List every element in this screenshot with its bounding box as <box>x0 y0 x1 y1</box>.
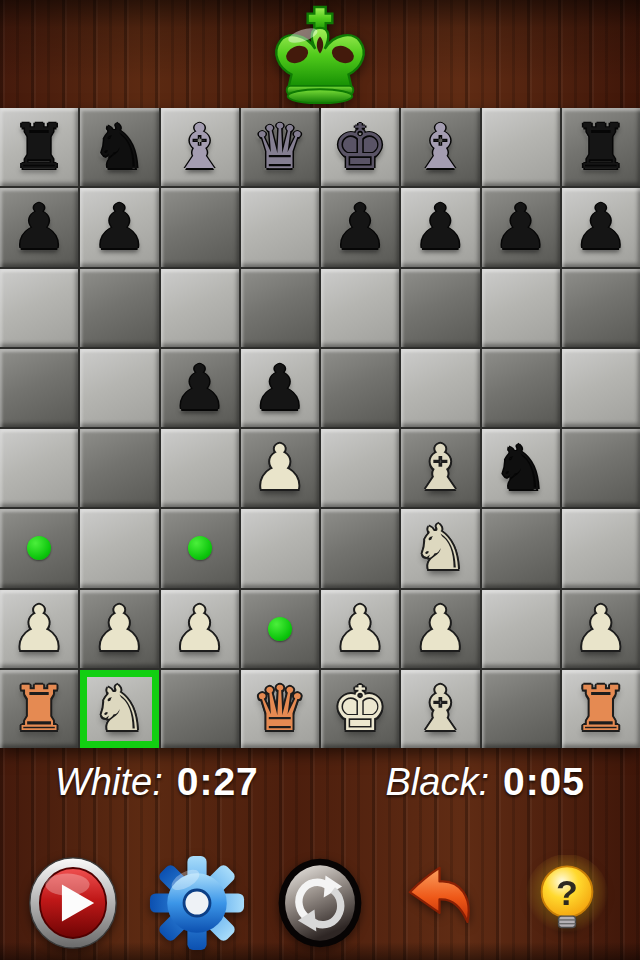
black-pawn: ♟ <box>92 188 148 266</box>
square-d1[interactable]: ♛ <box>241 670 319 748</box>
undo-button[interactable] <box>389 858 499 948</box>
legal-move-dot <box>268 617 292 641</box>
square-h3[interactable] <box>562 509 640 587</box>
white-pawn: ♟ <box>573 590 629 668</box>
white-clock-time: 0:27 <box>177 760 259 804</box>
square-c3[interactable] <box>161 509 239 587</box>
white-clock: White: 0:27 <box>55 760 259 804</box>
legal-move-dot <box>27 536 51 560</box>
black-pawn: ♟ <box>413 188 469 266</box>
square-h7[interactable]: ♟ <box>562 188 640 266</box>
square-f6[interactable] <box>401 269 479 347</box>
square-c7[interactable] <box>161 188 239 266</box>
white-pawn: ♟ <box>413 590 469 668</box>
square-a7[interactable]: ♟ <box>0 188 78 266</box>
square-h6[interactable] <box>562 269 640 347</box>
square-b8[interactable]: ♞ <box>80 108 158 186</box>
square-a8[interactable]: ♜ <box>0 108 78 186</box>
square-a2[interactable]: ♟ <box>0 590 78 668</box>
square-f7[interactable]: ♟ <box>401 188 479 266</box>
black-clock-label: Black: <box>385 761 488 804</box>
black-clock: Black: 0:05 <box>385 760 585 804</box>
square-a1[interactable]: ♜ <box>0 670 78 748</box>
black-bishop: ♝ <box>413 108 469 186</box>
square-e7[interactable]: ♟ <box>321 188 399 266</box>
black-pawn: ♟ <box>252 349 308 427</box>
square-a3[interactable] <box>0 509 78 587</box>
white-pawn: ♟ <box>92 590 148 668</box>
white-knight: ♞ <box>92 670 148 748</box>
hint-button[interactable]: ? <box>512 855 622 951</box>
black-pawn: ♟ <box>573 188 629 266</box>
square-c8[interactable]: ♝ <box>161 108 239 186</box>
square-e8[interactable]: ♚ <box>321 108 399 186</box>
square-e5[interactable] <box>321 349 399 427</box>
square-f4[interactable]: ♝ <box>401 429 479 507</box>
play-icon <box>27 855 119 951</box>
square-b3[interactable] <box>80 509 158 587</box>
square-f2[interactable]: ♟ <box>401 590 479 668</box>
square-h4[interactable] <box>562 429 640 507</box>
flip-board-button[interactable] <box>265 852 375 954</box>
square-e1[interactable]: ♚ <box>321 670 399 748</box>
square-f1[interactable]: ♝ <box>401 670 479 748</box>
white-pawn: ♟ <box>11 590 67 668</box>
square-g2[interactable] <box>482 590 560 668</box>
square-d3[interactable] <box>241 509 319 587</box>
top-bar <box>0 0 640 108</box>
square-d7[interactable] <box>241 188 319 266</box>
undo-arrow-icon <box>399 858 489 948</box>
square-g3[interactable] <box>482 509 560 587</box>
square-g1[interactable] <box>482 670 560 748</box>
white-clock-label: White: <box>55 761 163 804</box>
square-b4[interactable] <box>80 429 158 507</box>
black-bishop: ♝ <box>172 108 228 186</box>
square-e6[interactable] <box>321 269 399 347</box>
green-crown-icon <box>263 5 377 104</box>
white-pawn: ♟ <box>332 590 388 668</box>
square-h1[interactable]: ♜ <box>562 670 640 748</box>
question-mark-glyph: ? <box>556 872 578 912</box>
black-pawn: ♟ <box>493 188 549 266</box>
square-c2[interactable]: ♟ <box>161 590 239 668</box>
legal-move-dot <box>188 536 212 560</box>
white-knight: ♞ <box>413 509 469 587</box>
square-e4[interactable] <box>321 429 399 507</box>
clock-bar: White: 0:27 Black: 0:05 <box>0 748 640 815</box>
square-c5[interactable]: ♟ <box>161 349 239 427</box>
rotate-arrows-icon <box>274 852 366 954</box>
white-rook: ♜ <box>11 670 67 748</box>
square-h2[interactable]: ♟ <box>562 590 640 668</box>
white-bishop: ♝ <box>413 670 469 748</box>
square-f3[interactable]: ♞ <box>401 509 479 587</box>
square-f8[interactable]: ♝ <box>401 108 479 186</box>
square-a5[interactable] <box>0 349 78 427</box>
play-button[interactable] <box>18 855 128 951</box>
white-rook: ♜ <box>573 670 629 748</box>
square-d2[interactable] <box>241 590 319 668</box>
gear-icon <box>149 855 245 951</box>
black-king: ♚ <box>332 108 388 186</box>
white-pawn: ♟ <box>252 429 308 507</box>
square-g8[interactable] <box>482 108 560 186</box>
black-pawn: ♟ <box>172 349 228 427</box>
lightbulb-icon: ? <box>520 855 614 951</box>
square-c1[interactable] <box>161 670 239 748</box>
black-clock-time: 0:05 <box>503 760 585 804</box>
black-knight: ♞ <box>493 429 549 507</box>
square-c4[interactable] <box>161 429 239 507</box>
square-d8[interactable]: ♛ <box>241 108 319 186</box>
square-b1[interactable]: ♞ <box>80 670 158 748</box>
square-a6[interactable] <box>0 269 78 347</box>
square-e2[interactable]: ♟ <box>321 590 399 668</box>
square-c6[interactable] <box>161 269 239 347</box>
square-g4[interactable]: ♞ <box>482 429 560 507</box>
square-b6[interactable] <box>80 269 158 347</box>
square-g7[interactable]: ♟ <box>482 188 560 266</box>
square-d6[interactable] <box>241 269 319 347</box>
black-rook: ♜ <box>573 108 629 186</box>
square-g5[interactable] <box>482 349 560 427</box>
square-b2[interactable]: ♟ <box>80 590 158 668</box>
white-queen: ♛ <box>252 670 308 748</box>
chess-board: ♜♞♝♛♚♝♜♟♟♟♟♟♟♟♟♟♝♞♞♟♟♟♟♟♟♜♞♛♚♝♜ <box>0 108 640 748</box>
square-a4[interactable] <box>0 429 78 507</box>
white-king: ♚ <box>332 670 388 748</box>
black-knight: ♞ <box>92 108 148 186</box>
black-rook: ♜ <box>11 108 67 186</box>
square-d5[interactable]: ♟ <box>241 349 319 427</box>
square-h5[interactable] <box>562 349 640 427</box>
black-queen: ♛ <box>252 108 308 186</box>
square-f5[interactable] <box>401 349 479 427</box>
black-pawn: ♟ <box>11 188 67 266</box>
square-b5[interactable] <box>80 349 158 427</box>
square-g6[interactable] <box>482 269 560 347</box>
white-pawn: ♟ <box>172 590 228 668</box>
square-h8[interactable]: ♜ <box>562 108 640 186</box>
square-e3[interactable] <box>321 509 399 587</box>
black-pawn: ♟ <box>332 188 388 266</box>
settings-button[interactable] <box>142 855 252 951</box>
square-d4[interactable]: ♟ <box>241 429 319 507</box>
white-bishop: ♝ <box>413 429 469 507</box>
square-b7[interactable]: ♟ <box>80 188 158 266</box>
toolbar: ? <box>0 815 640 960</box>
